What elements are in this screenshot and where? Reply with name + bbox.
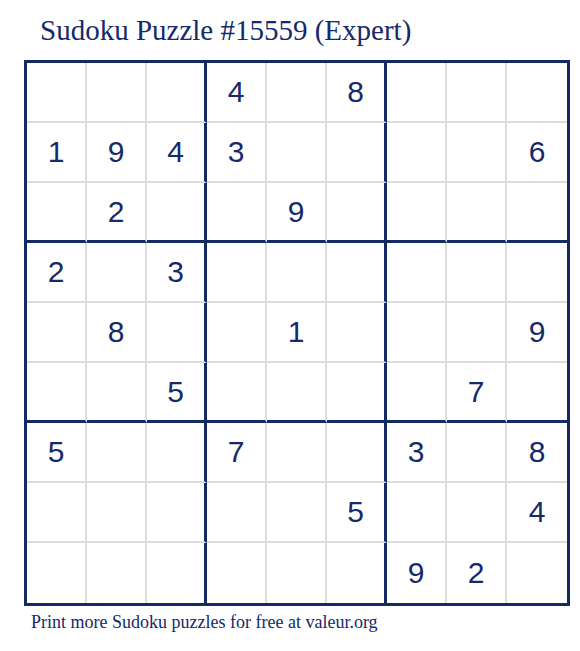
cell-r6c9	[507, 363, 567, 423]
cell-r7c8	[447, 423, 507, 483]
cell-r9c7: 9	[387, 543, 447, 603]
cell-r7c9: 8	[507, 423, 567, 483]
cell-r4c2	[87, 243, 147, 303]
cell-r8c1	[27, 483, 87, 543]
cell-r9c4	[207, 543, 267, 603]
cell-r7c7: 3	[387, 423, 447, 483]
cell-r6c3: 5	[147, 363, 207, 423]
cell-r6c7	[387, 363, 447, 423]
cell-r3c7	[387, 183, 447, 243]
cell-r3c9	[507, 183, 567, 243]
cell-r9c2	[87, 543, 147, 603]
cell-r3c3	[147, 183, 207, 243]
cell-r4c5	[267, 243, 327, 303]
cell-r5c4	[207, 303, 267, 363]
cell-r1c1	[27, 63, 87, 123]
cell-r1c8	[447, 63, 507, 123]
cell-r2c7	[387, 123, 447, 183]
cell-r2c1: 1	[27, 123, 87, 183]
cell-r1c4: 4	[207, 63, 267, 123]
cell-r8c6: 5	[327, 483, 387, 543]
cell-r9c5	[267, 543, 327, 603]
cell-r4c6	[327, 243, 387, 303]
cell-r2c4: 3	[207, 123, 267, 183]
footer-text: Print more Sudoku puzzles for free at va…	[31, 612, 378, 633]
cell-r5c9: 9	[507, 303, 567, 363]
cell-r6c6	[327, 363, 387, 423]
cell-r1c2	[87, 63, 147, 123]
cell-r7c6	[327, 423, 387, 483]
cell-r7c3	[147, 423, 207, 483]
cell-r1c6: 8	[327, 63, 387, 123]
cell-r4c1: 2	[27, 243, 87, 303]
cell-r3c5: 9	[267, 183, 327, 243]
cell-r6c5	[267, 363, 327, 423]
cell-r9c1	[27, 543, 87, 603]
cell-r9c9	[507, 543, 567, 603]
cell-r2c3: 4	[147, 123, 207, 183]
cell-r8c5	[267, 483, 327, 543]
cell-r5c8	[447, 303, 507, 363]
cell-r1c5	[267, 63, 327, 123]
cell-r5c5: 1	[267, 303, 327, 363]
cell-r2c8	[447, 123, 507, 183]
cell-r8c9: 4	[507, 483, 567, 543]
cell-r2c2: 9	[87, 123, 147, 183]
cell-r3c1	[27, 183, 87, 243]
cell-r6c8: 7	[447, 363, 507, 423]
cell-r8c4	[207, 483, 267, 543]
cell-r3c8	[447, 183, 507, 243]
cell-r1c7	[387, 63, 447, 123]
sudoku-page: Sudoku Puzzle #15559 (Expert) 4819436292…	[0, 0, 580, 651]
cell-r8c8	[447, 483, 507, 543]
cell-r6c4	[207, 363, 267, 423]
cell-r5c2: 8	[87, 303, 147, 363]
cell-r2c6	[327, 123, 387, 183]
cell-r5c1	[27, 303, 87, 363]
cell-r6c2	[87, 363, 147, 423]
cell-r8c2	[87, 483, 147, 543]
cell-r8c3	[147, 483, 207, 543]
cell-r4c7	[387, 243, 447, 303]
cell-r1c9	[507, 63, 567, 123]
cell-r7c4: 7	[207, 423, 267, 483]
cell-r2c5	[267, 123, 327, 183]
sudoku-grid: 481943629238195757385492	[24, 60, 570, 606]
cell-r5c3	[147, 303, 207, 363]
cell-r4c8	[447, 243, 507, 303]
cell-r1c3	[147, 63, 207, 123]
cell-r4c9	[507, 243, 567, 303]
cell-r7c1: 5	[27, 423, 87, 483]
cell-r5c7	[387, 303, 447, 363]
cell-r7c2	[87, 423, 147, 483]
cell-r4c4	[207, 243, 267, 303]
cell-r3c2: 2	[87, 183, 147, 243]
cell-r7c5	[267, 423, 327, 483]
page-title: Sudoku Puzzle #15559 (Expert)	[40, 14, 411, 47]
cell-r3c4	[207, 183, 267, 243]
cell-r9c8: 2	[447, 543, 507, 603]
cell-r2c9: 6	[507, 123, 567, 183]
cell-r5c6	[327, 303, 387, 363]
cell-r9c6	[327, 543, 387, 603]
cell-r8c7	[387, 483, 447, 543]
cell-r4c3: 3	[147, 243, 207, 303]
cell-r9c3	[147, 543, 207, 603]
cell-r6c1	[27, 363, 87, 423]
cell-r3c6	[327, 183, 387, 243]
